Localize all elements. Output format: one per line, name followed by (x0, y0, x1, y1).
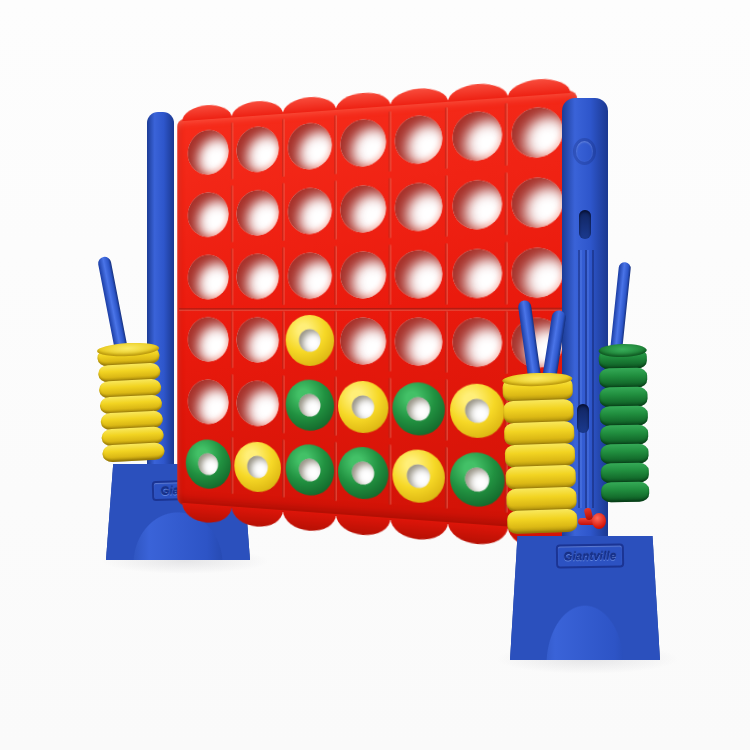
right-yellow-stack-disc (507, 509, 578, 534)
right-green-stack-disc (599, 349, 647, 370)
cell-r3c7 (507, 237, 569, 308)
cell-r2c4 (336, 175, 391, 243)
cell-r3c4 (336, 241, 391, 308)
cell-r5c4 (336, 373, 391, 441)
hole (395, 318, 442, 366)
scallop-bump (283, 95, 336, 114)
cell-r5c6 (447, 376, 506, 447)
cell-r2c7 (507, 166, 569, 238)
scallop-bump (283, 510, 336, 533)
disc-center-hole (299, 458, 320, 482)
post-slot-upper (579, 210, 591, 239)
cell-r1c7 (507, 95, 569, 169)
hole (288, 252, 332, 299)
hole (237, 317, 279, 363)
cell-r4c3 (283, 308, 336, 373)
hole (188, 317, 229, 362)
right-green-stack-disc (600, 444, 648, 465)
post-circle-emboss (573, 138, 596, 165)
cell-r6c3 (283, 436, 336, 504)
right-green-stack-disc (601, 463, 649, 484)
disc-green (285, 443, 334, 497)
hole (452, 249, 501, 299)
right-green-stack-disc (599, 387, 647, 408)
hole (395, 182, 442, 232)
cell-r1c3 (283, 112, 336, 180)
hole (395, 114, 442, 165)
disc-green (450, 451, 505, 508)
hole (340, 184, 386, 233)
scallop-bump (448, 522, 508, 546)
cell-r5c2 (233, 371, 284, 436)
hole (452, 110, 501, 162)
scallop-bump (391, 86, 448, 106)
cell-r5c1 (184, 370, 233, 434)
cell-r2c2 (233, 180, 284, 245)
disc-center-hole (248, 455, 269, 478)
brand-logo-text: Giantville (564, 550, 617, 563)
cell-r3c6 (447, 238, 506, 307)
cell-r2c3 (283, 177, 336, 244)
cell-r3c1 (184, 245, 233, 308)
hole (511, 176, 562, 228)
hole (511, 106, 562, 159)
scallop-bump (448, 82, 508, 102)
disc-green (338, 446, 388, 501)
disc-green (393, 382, 445, 437)
hole (452, 179, 501, 230)
disc-center-hole (407, 397, 430, 421)
disc-yellow (285, 315, 334, 367)
cell-r1c5 (391, 104, 448, 175)
hole (340, 317, 386, 364)
board-seam (179, 308, 575, 311)
scallop-bump (232, 99, 283, 117)
cell-r2c1 (184, 182, 233, 246)
cell-r4c5 (391, 308, 448, 376)
scallop-bump (336, 91, 391, 110)
hole (288, 187, 332, 235)
cell-r2c6 (447, 169, 506, 240)
cell-r4c4 (336, 308, 391, 375)
disc-center-hole (299, 329, 320, 352)
cell-r1c4 (336, 108, 391, 177)
hole (237, 253, 279, 299)
cell-r4c6 (447, 308, 506, 377)
cell-r4c2 (233, 308, 284, 372)
hole (188, 129, 229, 176)
post-grooves (578, 250, 594, 508)
disc-green (285, 379, 334, 432)
post-slot-lower (577, 404, 589, 433)
right-yellow-stack (502, 378, 577, 534)
hole (395, 250, 442, 299)
right-green-stack-disc (600, 406, 648, 427)
disc-yellow (338, 380, 388, 434)
scallop-bump (182, 103, 231, 121)
cell-r1c2 (233, 116, 284, 183)
product-photo-giant-connect-four: Giantville Giantville (0, 0, 750, 750)
cell-r3c3 (283, 243, 336, 308)
hole (237, 189, 279, 236)
scallop-bump (391, 518, 448, 542)
cell-r3c2 (233, 244, 284, 308)
cell-r6c2 (233, 434, 284, 500)
hole (340, 251, 386, 299)
cell-r1c6 (447, 100, 506, 172)
disc-center-hole (465, 467, 489, 492)
hole (288, 122, 332, 171)
hole (237, 380, 279, 427)
disc-center-hole (299, 394, 320, 417)
disc-yellow (393, 448, 445, 504)
release-knob-ball (592, 513, 606, 529)
scallop-bump (508, 77, 570, 98)
cell-r2c5 (391, 172, 448, 241)
cell-r6c5 (391, 441, 448, 512)
disc-yellow (235, 441, 282, 494)
cell-r6c4 (336, 439, 391, 508)
disc-yellow (450, 383, 505, 439)
cell-r3c5 (391, 240, 448, 308)
disc-center-hole (465, 399, 489, 424)
cell-r6c6 (447, 444, 506, 516)
disc-center-hole (407, 464, 430, 489)
right-green-stack (599, 350, 650, 503)
hole (188, 379, 229, 425)
disc-green (186, 438, 231, 490)
hole (452, 318, 501, 367)
scallop-bump (336, 514, 391, 537)
cell-r4c1 (184, 308, 233, 371)
hole (340, 118, 386, 168)
cell-r1c1 (184, 119, 233, 184)
scallop-bump (182, 503, 231, 525)
right-green-stack-disc (601, 482, 649, 503)
disc-center-hole (198, 453, 218, 476)
hole (237, 125, 279, 173)
right-foot: Giantville (510, 536, 660, 660)
left-yellow-stack (97, 347, 165, 462)
right-green-stack-disc (599, 368, 647, 389)
disc-center-hole (352, 395, 374, 419)
cell-r5c3 (283, 372, 336, 439)
right-green-stack-disc (600, 425, 648, 446)
cell-r5c5 (391, 375, 448, 444)
right-logo-plate: Giantville (556, 543, 624, 568)
cell-r6c1 (184, 432, 233, 497)
hole (188, 192, 229, 238)
hole (511, 247, 562, 298)
disc-center-hole (352, 461, 374, 485)
left-yellow-stack-disc (102, 442, 165, 462)
hole (188, 254, 229, 299)
